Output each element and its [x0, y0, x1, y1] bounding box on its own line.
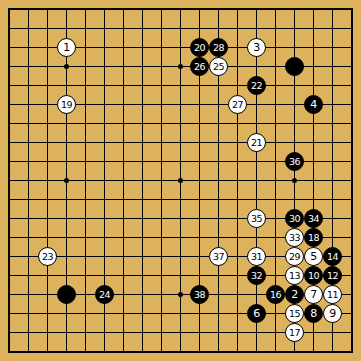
grid-line [47, 28, 48, 38]
grid-line [9, 218, 19, 219]
intersection [0, 95, 19, 114]
grid-line [218, 294, 228, 295]
grid-line [66, 199, 67, 209]
grid-line [180, 123, 181, 133]
intersection [266, 323, 285, 342]
grid-line [294, 85, 295, 95]
grid-line [294, 85, 304, 86]
grid-line [142, 161, 143, 171]
intersection [133, 247, 152, 266]
grid-line [199, 237, 209, 238]
grid-line [218, 142, 219, 152]
stone-white-27: 27 [228, 95, 247, 114]
grid-line [218, 9, 228, 10]
grid-line [294, 47, 304, 48]
grid-line [28, 199, 38, 200]
grid-line [104, 47, 114, 48]
grid-line [66, 142, 76, 143]
intersection [228, 38, 247, 57]
intersection [171, 304, 190, 323]
grid-line [294, 142, 304, 143]
grid-line [199, 104, 209, 105]
intersection [95, 57, 114, 76]
intersection: 15 [285, 304, 304, 323]
grid-line [9, 294, 10, 304]
intersection [38, 0, 57, 19]
grid-line [104, 332, 114, 333]
intersection [266, 38, 285, 57]
grid-line [275, 66, 285, 67]
grid-line [218, 332, 219, 342]
grid-line [332, 342, 333, 352]
intersection [114, 304, 133, 323]
grid-line [47, 85, 48, 95]
grid-line [85, 332, 86, 342]
intersection [38, 323, 57, 342]
stone-white-5: 5 [304, 247, 323, 266]
grid-line [237, 180, 247, 181]
intersection [95, 323, 114, 342]
grid-line [275, 237, 285, 238]
intersection [266, 76, 285, 95]
grid-line [256, 294, 257, 304]
intersection [38, 266, 57, 285]
grid-line [142, 142, 152, 143]
grid-line [313, 9, 323, 10]
intersection: 10 [304, 266, 323, 285]
grid-line [275, 351, 285, 352]
grid-line [351, 218, 352, 228]
grid-line [123, 180, 133, 181]
grid-line [47, 9, 57, 10]
grid-line [123, 123, 124, 133]
intersection [76, 38, 95, 57]
grid-line [237, 275, 238, 285]
grid-line [9, 237, 10, 247]
intersection [228, 57, 247, 76]
grid-line [142, 256, 143, 266]
grid-line [9, 332, 10, 342]
grid-line [123, 142, 124, 152]
stone-white-23: 23 [38, 247, 57, 266]
intersection [342, 76, 361, 95]
intersection [304, 171, 323, 190]
intersection [95, 76, 114, 95]
intersection [323, 171, 342, 190]
intersection [209, 304, 228, 323]
grid-line [180, 28, 181, 38]
grid-line [256, 161, 266, 162]
grid-line [199, 28, 200, 38]
intersection [152, 228, 171, 247]
grid-line [218, 161, 228, 162]
grid-line [123, 47, 124, 57]
grid-line [28, 85, 38, 86]
grid-line [28, 342, 29, 352]
grid-line [256, 123, 266, 124]
grid-line [180, 199, 190, 200]
intersection [0, 19, 19, 38]
stone-black-26: 26 [190, 57, 209, 76]
grid-line [142, 85, 152, 86]
grid-line [180, 161, 190, 162]
grid-line [66, 237, 67, 247]
grid-line [275, 342, 276, 352]
intersection [285, 133, 304, 152]
grid-line [275, 256, 276, 266]
grid-line [256, 9, 266, 10]
grid-line [180, 275, 190, 276]
grid-line [199, 332, 209, 333]
intersection: 7 [304, 285, 323, 304]
grid-line [237, 142, 247, 143]
intersection [38, 152, 57, 171]
intersection [247, 152, 266, 171]
intersection [247, 228, 266, 247]
stone-black-2: 2 [285, 285, 304, 304]
grid-line [28, 104, 38, 105]
grid-line [66, 161, 76, 162]
intersection [342, 190, 361, 209]
intersection [228, 190, 247, 209]
intersection: 36 [285, 152, 304, 171]
grid-line [313, 332, 323, 333]
grid-line [275, 47, 285, 48]
grid-line [47, 66, 57, 67]
grid-line [332, 9, 342, 10]
grid-line [9, 104, 19, 105]
intersection [285, 38, 304, 57]
intersection [76, 19, 95, 38]
intersection [152, 152, 171, 171]
intersection [228, 209, 247, 228]
grid-line [142, 161, 152, 162]
intersection [285, 342, 304, 361]
grid-line [275, 28, 285, 29]
intersection [209, 95, 228, 114]
intersection [209, 133, 228, 152]
grid-line [123, 342, 124, 352]
grid-line [142, 66, 152, 67]
grid-line [47, 142, 57, 143]
grid-line [104, 9, 105, 19]
grid-line [142, 313, 143, 323]
grid-line [275, 66, 276, 76]
intersection [228, 323, 247, 342]
grid-line [313, 85, 314, 95]
grid-line [237, 142, 238, 152]
grid-line [104, 199, 114, 200]
grid-line [28, 256, 29, 266]
grid-line [123, 9, 124, 19]
intersection [342, 114, 361, 133]
intersection [38, 190, 57, 209]
grid-line [142, 256, 152, 257]
intersection [57, 228, 76, 247]
intersection [19, 228, 38, 247]
grid-line [104, 9, 114, 10]
grid-line [142, 313, 152, 314]
stone-black-32: 32 [247, 266, 266, 285]
intersection [171, 323, 190, 342]
grid-line [313, 123, 323, 124]
grid-line [9, 85, 10, 95]
intersection: 18 [304, 228, 323, 247]
grid-line [218, 142, 228, 143]
intersection [228, 304, 247, 323]
intersection [95, 95, 114, 114]
intersection [133, 190, 152, 209]
intersection [133, 342, 152, 361]
grid-line [313, 342, 314, 352]
grid-line [85, 199, 95, 200]
grid-line [199, 199, 209, 200]
grid-line [313, 47, 323, 48]
grid-line [294, 342, 295, 352]
intersection: 6 [247, 304, 266, 323]
grid-line [199, 123, 209, 124]
intersection [95, 152, 114, 171]
intersection [323, 209, 342, 228]
intersection [76, 133, 95, 152]
grid-line [256, 351, 266, 352]
intersection [247, 114, 266, 133]
grid-line [47, 218, 57, 219]
intersection [76, 266, 95, 285]
intersection [190, 190, 209, 209]
grid-line [275, 9, 276, 19]
intersection [114, 285, 133, 304]
grid-line [161, 294, 171, 295]
grid-line [351, 66, 352, 76]
grid-line [28, 237, 29, 247]
grid-line [237, 123, 238, 133]
grid-line [313, 47, 314, 57]
intersection [38, 342, 57, 361]
intersection [114, 323, 133, 342]
intersection [190, 114, 209, 133]
grid-line [351, 275, 352, 285]
grid-line [218, 351, 228, 352]
stone-white-15: 15 [285, 304, 304, 323]
intersection [38, 114, 57, 133]
grid-line [85, 218, 86, 228]
intersection [152, 0, 171, 19]
intersection [114, 57, 133, 76]
grid-line [123, 332, 133, 333]
intersection [304, 57, 323, 76]
intersection [0, 209, 19, 228]
intersection [342, 38, 361, 57]
grid-line [104, 66, 105, 76]
grid-line [180, 313, 181, 323]
intersection [95, 209, 114, 228]
intersection [152, 38, 171, 57]
intersection [133, 38, 152, 57]
stone-white-33: 33 [285, 228, 304, 247]
grid-line [28, 66, 38, 67]
grid-line [275, 313, 276, 323]
intersection: 32 [247, 266, 266, 285]
grid-line [294, 199, 304, 200]
grid-line [123, 104, 124, 114]
grid-line [85, 294, 86, 304]
grid-line [9, 199, 10, 209]
grid-line [256, 199, 266, 200]
grid-line [104, 275, 105, 285]
intersection [57, 323, 76, 342]
grid-line [199, 256, 200, 266]
grid-line [351, 180, 352, 190]
intersection [19, 266, 38, 285]
grid-line [9, 294, 19, 295]
intersection [57, 76, 76, 95]
stone-white-29: 29 [285, 247, 304, 266]
grid-line [9, 66, 10, 76]
intersection [76, 285, 95, 304]
intersection [342, 57, 361, 76]
intersection [285, 171, 304, 190]
grid-line [332, 66, 342, 67]
grid-line [199, 275, 209, 276]
grid-line [85, 85, 86, 95]
grid-line [275, 218, 285, 219]
grid-line [237, 218, 238, 228]
intersection [0, 114, 19, 133]
grid-line [47, 28, 57, 29]
intersection [57, 247, 76, 266]
grid-line [9, 313, 19, 314]
grid-line [351, 161, 352, 171]
intersection [95, 0, 114, 19]
grid-line [275, 161, 285, 162]
grid-line [237, 9, 247, 10]
intersection [152, 209, 171, 228]
intersection [171, 76, 190, 95]
intersection [342, 266, 361, 285]
grid-line [123, 47, 133, 48]
grid-line [142, 275, 143, 285]
grid-line [218, 28, 219, 38]
grid-line [47, 351, 57, 352]
grid-line [332, 199, 342, 200]
intersection: 30 [285, 209, 304, 228]
intersection [266, 95, 285, 114]
grid-line [123, 123, 133, 124]
stone-black-16: 16 [266, 285, 285, 304]
grid-line [256, 294, 266, 295]
grid-line [47, 199, 57, 200]
intersection [342, 285, 361, 304]
grid-line [66, 142, 67, 152]
grid-line [123, 199, 124, 209]
intersection [38, 57, 57, 76]
intersection: 13 [285, 266, 304, 285]
grid-line [66, 123, 67, 133]
intersection [57, 266, 76, 285]
grid-line [123, 237, 133, 238]
grid-line [123, 142, 133, 143]
grid-line [199, 28, 209, 29]
grid-line [180, 9, 181, 19]
grid-line [313, 351, 323, 352]
stone-black-38: 38 [190, 285, 209, 304]
grid-line [199, 218, 200, 228]
intersection [19, 19, 38, 38]
grid-line [123, 313, 124, 323]
grid-line [256, 342, 257, 352]
grid-line [237, 332, 238, 342]
grid-line [9, 9, 19, 10]
intersection [171, 209, 190, 228]
grid-line [9, 47, 10, 57]
grid-line [28, 351, 38, 352]
grid-line [351, 28, 352, 38]
grid-line [104, 28, 105, 38]
stone-black-18: 18 [304, 228, 323, 247]
intersection [266, 266, 285, 285]
grid-line [123, 66, 133, 67]
grid-line [104, 218, 114, 219]
grid-line [66, 332, 76, 333]
intersection [266, 247, 285, 266]
intersection [76, 323, 95, 342]
grid-line [199, 218, 209, 219]
intersection [95, 19, 114, 38]
grid-line [275, 256, 285, 257]
intersection [323, 38, 342, 57]
intersection [0, 38, 19, 57]
grid-line [104, 180, 114, 181]
grid-line [332, 47, 342, 48]
grid-line [142, 9, 152, 10]
grid-line [199, 161, 209, 162]
grid-line [256, 199, 257, 209]
intersection [171, 152, 190, 171]
grid-line [123, 28, 133, 29]
star-point [178, 178, 183, 183]
grid-line [180, 47, 181, 57]
intersection [342, 323, 361, 342]
grid-line [85, 104, 86, 114]
grid-line [161, 237, 171, 238]
intersection [228, 152, 247, 171]
grid-line [28, 123, 38, 124]
intersection [19, 133, 38, 152]
grid-line [66, 275, 76, 276]
grid-line [66, 199, 76, 200]
intersection [0, 76, 19, 95]
grid-line [199, 313, 200, 323]
grid-line [28, 237, 38, 238]
intersection [342, 342, 361, 361]
intersection: 5 [304, 247, 323, 266]
grid-line [199, 142, 209, 143]
intersection [133, 304, 152, 323]
grid-line [9, 256, 19, 257]
intersection [228, 114, 247, 133]
intersection [152, 57, 171, 76]
grid-line [218, 28, 228, 29]
intersection [76, 190, 95, 209]
intersection [133, 171, 152, 190]
intersection [323, 0, 342, 19]
intersection [323, 342, 342, 361]
intersection [114, 171, 133, 190]
grid-line [161, 9, 162, 19]
intersection [95, 190, 114, 209]
grid-line [28, 313, 29, 323]
